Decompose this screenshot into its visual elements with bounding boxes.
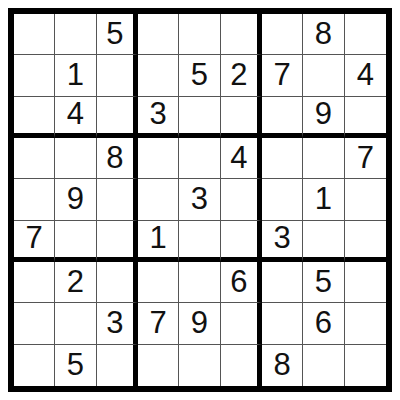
- cell-r1c7[interactable]: [262, 14, 303, 55]
- given-digit: 1: [315, 183, 332, 214]
- cell-r9c2[interactable]: 5: [55, 345, 96, 386]
- given-digit: 3: [150, 98, 167, 129]
- cell-r8c3[interactable]: 3: [97, 303, 138, 344]
- cell-r1c1[interactable]: [14, 14, 55, 55]
- cell-r2c8[interactable]: [303, 55, 344, 96]
- given-digit: 1: [67, 59, 84, 90]
- cell-r5c4[interactable]: [138, 179, 179, 220]
- cell-r3c6[interactable]: [221, 97, 262, 138]
- cell-r7c2[interactable]: 2: [55, 262, 96, 303]
- cell-r5c3[interactable]: [97, 179, 138, 220]
- cell-r8c7[interactable]: [262, 303, 303, 344]
- cell-r5c7[interactable]: [262, 179, 303, 220]
- cell-r9c5[interactable]: [179, 345, 220, 386]
- cell-r5c6[interactable]: [221, 179, 262, 220]
- cell-r6c8[interactable]: [303, 221, 344, 262]
- cell-r8c8[interactable]: 6: [303, 303, 344, 344]
- given-digit: 8: [274, 349, 291, 380]
- given-digit: 7: [150, 307, 167, 338]
- cell-r2c4[interactable]: [138, 55, 179, 96]
- sudoku-page: 5815274439847931713265379658: [0, 0, 400, 400]
- cell-r8c4[interactable]: 7: [138, 303, 179, 344]
- cell-r7c9[interactable]: [345, 262, 386, 303]
- cell-r8c1[interactable]: [14, 303, 55, 344]
- cell-r9c8[interactable]: [303, 345, 344, 386]
- cell-r5c2[interactable]: 9: [55, 179, 96, 220]
- cell-r9c3[interactable]: [97, 345, 138, 386]
- cell-r6c4[interactable]: 1: [138, 221, 179, 262]
- cell-r5c9[interactable]: [345, 179, 386, 220]
- cell-r5c5[interactable]: 3: [179, 179, 220, 220]
- given-digit: 9: [191, 307, 208, 338]
- cell-r4c1[interactable]: [14, 138, 55, 179]
- cell-r3c8[interactable]: 9: [303, 97, 344, 138]
- given-digit: 6: [230, 266, 247, 297]
- cell-r6c2[interactable]: [55, 221, 96, 262]
- cell-r1c4[interactable]: [138, 14, 179, 55]
- given-digit: 5: [191, 59, 208, 90]
- given-digit: 4: [67, 98, 84, 129]
- cell-r2c5[interactable]: 5: [179, 55, 220, 96]
- cell-r3c1[interactable]: [14, 97, 55, 138]
- cell-r1c3[interactable]: 5: [97, 14, 138, 55]
- cell-r2c7[interactable]: 7: [262, 55, 303, 96]
- cell-r3c7[interactable]: [262, 97, 303, 138]
- cell-r6c5[interactable]: [179, 221, 220, 262]
- cell-r5c8[interactable]: 1: [303, 179, 344, 220]
- cell-r9c7[interactable]: 8: [262, 345, 303, 386]
- cell-r3c9[interactable]: [345, 97, 386, 138]
- cell-r1c2[interactable]: [55, 14, 96, 55]
- cell-r9c4[interactable]: [138, 345, 179, 386]
- cell-r2c6[interactable]: 2: [221, 55, 262, 96]
- cell-r8c2[interactable]: [55, 303, 96, 344]
- cell-r3c5[interactable]: [179, 97, 220, 138]
- cell-r7c8[interactable]: 5: [303, 262, 344, 303]
- cell-r4c5[interactable]: [179, 138, 220, 179]
- given-digit: 2: [67, 266, 84, 297]
- cell-r5c1[interactable]: [14, 179, 55, 220]
- cell-r2c3[interactable]: [97, 55, 138, 96]
- given-digit: 5: [315, 266, 332, 297]
- given-digit: 7: [274, 59, 291, 90]
- cell-r4c7[interactable]: [262, 138, 303, 179]
- cell-r6c3[interactable]: [97, 221, 138, 262]
- given-digit: 3: [191, 183, 208, 214]
- given-digit: 6: [315, 307, 332, 338]
- cell-r4c4[interactable]: [138, 138, 179, 179]
- cell-r3c2[interactable]: 4: [55, 97, 96, 138]
- given-digit: 7: [357, 142, 374, 173]
- given-digit: 1: [150, 222, 167, 253]
- given-digit: 9: [67, 183, 84, 214]
- cell-r6c7[interactable]: 3: [262, 221, 303, 262]
- cell-r6c9[interactable]: [345, 221, 386, 262]
- cell-r4c6[interactable]: 4: [221, 138, 262, 179]
- given-digit: 2: [230, 59, 247, 90]
- cell-r2c1[interactable]: [14, 55, 55, 96]
- cell-r7c3[interactable]: [97, 262, 138, 303]
- given-digit: 9: [315, 98, 332, 129]
- cell-r8c5[interactable]: 9: [179, 303, 220, 344]
- cell-r7c4[interactable]: [138, 262, 179, 303]
- cell-r3c3[interactable]: [97, 97, 138, 138]
- given-digit: 7: [26, 222, 43, 253]
- cell-r8c9[interactable]: [345, 303, 386, 344]
- cell-r4c2[interactable]: [55, 138, 96, 179]
- cell-r9c1[interactable]: [14, 345, 55, 386]
- cell-r1c8[interactable]: 8: [303, 14, 344, 55]
- cell-r1c5[interactable]: [179, 14, 220, 55]
- given-digit: 3: [274, 222, 291, 253]
- cell-r4c9[interactable]: 7: [345, 138, 386, 179]
- cell-r7c7[interactable]: [262, 262, 303, 303]
- cell-r6c1[interactable]: 7: [14, 221, 55, 262]
- cell-r9c6[interactable]: [221, 345, 262, 386]
- cell-r4c3[interactable]: 8: [97, 138, 138, 179]
- cell-r7c1[interactable]: [14, 262, 55, 303]
- cell-r2c2[interactable]: 1: [55, 55, 96, 96]
- cell-r6c6[interactable]: [221, 221, 262, 262]
- given-digit: 8: [315, 18, 332, 49]
- cell-r2c9[interactable]: 4: [345, 55, 386, 96]
- cell-r1c6[interactable]: [221, 14, 262, 55]
- given-digit: 3: [106, 307, 123, 338]
- given-digit: 5: [106, 18, 123, 49]
- given-digit: 8: [106, 142, 123, 173]
- given-digit: 5: [67, 349, 84, 380]
- sudoku-board: 5815274439847931713265379658: [8, 8, 392, 392]
- given-digit: 4: [230, 142, 247, 173]
- cell-r9c9[interactable]: [345, 345, 386, 386]
- cell-r4c8[interactable]: [303, 138, 344, 179]
- cell-r8c6[interactable]: [221, 303, 262, 344]
- cell-r3c4[interactable]: 3: [138, 97, 179, 138]
- given-digit: 4: [357, 59, 374, 90]
- cell-r7c6[interactable]: 6: [221, 262, 262, 303]
- cell-r1c9[interactable]: [345, 14, 386, 55]
- cell-r7c5[interactable]: [179, 262, 220, 303]
